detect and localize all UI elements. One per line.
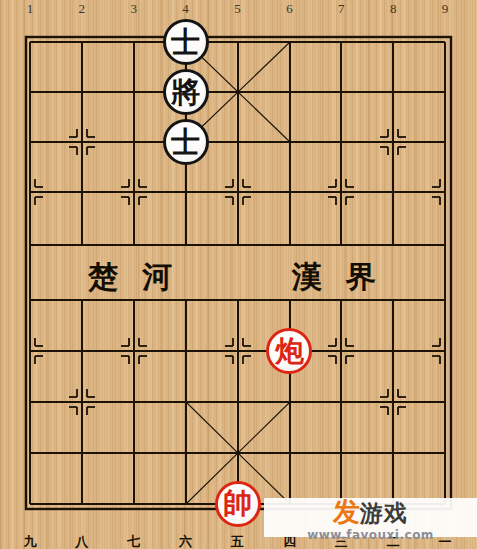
file-number-3: 3	[108, 1, 160, 17]
file-numeral-5: 五	[212, 533, 264, 549]
board-point: 士	[160, 17, 212, 67]
file-numeral-4: 六	[160, 533, 212, 549]
file-number-5: 5	[212, 1, 264, 17]
piece-black-advisor[interactable]: 士	[163, 19, 209, 65]
file-number-1: 1	[4, 1, 56, 17]
board-point: 炮	[263, 326, 315, 377]
piece-black-advisor[interactable]: 士	[163, 119, 209, 165]
file-number-9: 9	[419, 1, 471, 17]
file-number-7: 7	[315, 1, 367, 17]
file-numeral-2: 八	[56, 533, 108, 549]
file-number-8: 8	[367, 1, 419, 17]
piece-red-general[interactable]: 帥	[215, 481, 261, 527]
watermark-logo-icon: 发	[333, 494, 360, 530]
piece-layer: 士將士炮帥	[4, 17, 471, 529]
file-numeral-1: 九	[4, 533, 56, 549]
file-number-2: 2	[56, 1, 108, 17]
file-number-6: 6	[263, 1, 315, 17]
file-numeral-3: 七	[108, 533, 160, 549]
piece-black-general[interactable]: 將	[163, 69, 209, 115]
file-number-4: 4	[160, 1, 212, 17]
piece-red-cannon[interactable]: 炮	[266, 328, 312, 374]
site-watermark: 发游戏 www.favouxi.com	[264, 498, 477, 537]
watermark-url: www.favouxi.com	[307, 528, 434, 542]
xiangqi-board-screenshot: 123456789 楚河 漢界 士將士炮帥 九八七六五四三二一 发游戏 www.…	[0, 0, 477, 549]
watermark-logo-text: 游戏	[360, 498, 408, 529]
board-point: 帥	[212, 479, 264, 530]
board-point: 將	[160, 67, 212, 117]
watermark-logo: 发游戏	[333, 494, 408, 530]
file-numbers-top: 123456789	[4, 1, 471, 15]
board-point: 士	[160, 117, 212, 167]
